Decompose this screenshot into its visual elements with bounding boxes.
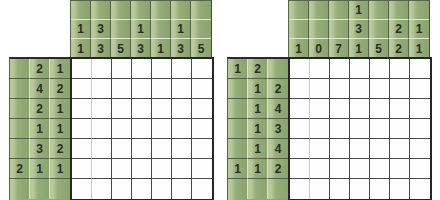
board-cell-r7c4[interactable] — [132, 179, 152, 199]
row-clue-cell — [228, 139, 248, 159]
row-clue-cell: 1 — [228, 159, 248, 179]
column-clue-cell: 1 — [171, 20, 191, 39]
board-cell-r5c7[interactable] — [410, 139, 430, 159]
board-cell-r5c7[interactable] — [192, 139, 212, 159]
column-clue-cell: 1 — [131, 20, 151, 39]
board-cell-r7c7[interactable] — [410, 179, 430, 199]
nonogram-puzzle-left: 131113531352142211132211 — [9, 0, 215, 200]
row-clue-cell — [228, 179, 248, 199]
board-cell-r7c6[interactable] — [172, 179, 192, 199]
row-clue-cell — [268, 59, 288, 79]
board-cell-r7c2[interactable] — [310, 179, 330, 199]
row-clue-cell: 4 — [30, 79, 50, 99]
column-clue-cell: 0 — [309, 39, 329, 58]
row-clue-cell — [50, 179, 70, 199]
board-cell-r7c3[interactable] — [330, 179, 350, 199]
column-clue-cell: 2 — [389, 39, 409, 58]
row-clue-cell — [10, 59, 30, 79]
board-cell-r7c5[interactable] — [370, 179, 390, 199]
board-cell-r7c5[interactable] — [152, 179, 172, 199]
board-cell-r1c1[interactable] — [72, 59, 92, 79]
column-clue-cell — [171, 1, 191, 20]
row-clue-cell — [10, 79, 30, 99]
board-cell-r6c7[interactable] — [192, 159, 212, 179]
row-clue-cell: 1 — [50, 59, 70, 79]
board-cell-r2c3[interactable] — [112, 79, 132, 99]
column-clue-cell — [91, 1, 111, 20]
row-clue-cell: 1 — [50, 119, 70, 139]
row-clue-cell: 2 — [30, 59, 50, 79]
puzzle-board — [70, 57, 214, 200]
board-cell-r2c5[interactable] — [152, 79, 172, 99]
board-cell-r6c2[interactable] — [310, 159, 330, 179]
board-cell-r3c2[interactable] — [310, 99, 330, 119]
row-clue-cell: 1 — [30, 159, 50, 179]
board-cell-r6c5[interactable] — [370, 159, 390, 179]
row-clue-cell — [268, 179, 288, 199]
row-clue-cell: 2 — [30, 99, 50, 119]
row-clue-cell — [10, 119, 30, 139]
column-clue-cell — [289, 1, 309, 20]
board-cell-r4c5[interactable] — [370, 119, 390, 139]
board-cell-r3c3[interactable] — [112, 99, 132, 119]
board-cell-r3c3[interactable] — [330, 99, 350, 119]
column-clue-cell: 1 — [289, 39, 309, 58]
board-cell-r6c2[interactable] — [92, 159, 112, 179]
board-cell-r1c5[interactable] — [370, 59, 390, 79]
column-clue-cell: 1 — [349, 1, 369, 20]
board-cell-r6c7[interactable] — [410, 159, 430, 179]
board-cell-r5c5[interactable] — [370, 139, 390, 159]
column-clue-cell: 3 — [349, 20, 369, 39]
row-clue-cell: 3 — [268, 119, 288, 139]
column-clue-cell — [191, 20, 211, 39]
board-cell-r2c6[interactable] — [172, 79, 192, 99]
board-cell-r6c1[interactable] — [72, 159, 92, 179]
board-cell-r2c2[interactable] — [310, 79, 330, 99]
board-cell-r3c7[interactable] — [410, 99, 430, 119]
column-clue-cell: 2 — [389, 20, 409, 39]
board-cell-r5c3[interactable] — [112, 139, 132, 159]
column-clue-cell — [131, 1, 151, 20]
board-cell-r4c1[interactable] — [72, 119, 92, 139]
board-cell-r3c1[interactable] — [290, 99, 310, 119]
board-cell-r7c1[interactable] — [72, 179, 92, 199]
board-cell-r2c4[interactable] — [350, 79, 370, 99]
column-clue-cell — [151, 20, 171, 39]
column-clue-cell: 3 — [91, 20, 111, 39]
board-cell-r2c1[interactable] — [290, 79, 310, 99]
board-cell-r4c5[interactable] — [152, 119, 172, 139]
board-cell-r5c4[interactable] — [132, 139, 152, 159]
row-clue-cell: 1 — [50, 159, 70, 179]
board-cell-r2c5[interactable] — [370, 79, 390, 99]
column-clues-block: 13111353135 — [70, 0, 212, 58]
board-cell-r3c6[interactable] — [172, 99, 192, 119]
board-cell-r4c2[interactable] — [310, 119, 330, 139]
board-cell-r2c2[interactable] — [92, 79, 112, 99]
column-clue-cell: 3 — [91, 39, 111, 58]
row-clue-cell: 1 — [248, 159, 268, 179]
row-clue-cell: 2 — [50, 79, 70, 99]
board-cell-r5c3[interactable] — [330, 139, 350, 159]
board-cell-r3c2[interactable] — [92, 99, 112, 119]
row-clue-cell: 4 — [268, 99, 288, 119]
board-cell-r1c6[interactable] — [172, 59, 192, 79]
board-cell-r3c5[interactable] — [370, 99, 390, 119]
row-clue-cell: 1 — [248, 79, 268, 99]
board-cell-r3c4[interactable] — [350, 99, 370, 119]
board-cell-r5c6[interactable] — [390, 139, 410, 159]
column-clue-cell — [289, 20, 309, 39]
column-clue-cell: 5 — [191, 39, 211, 58]
board-cell-r1c1[interactable] — [290, 59, 310, 79]
board-cell-r2c4[interactable] — [132, 79, 152, 99]
row-clue-cell — [30, 179, 50, 199]
column-clue-cell — [191, 1, 211, 20]
board-cell-r5c4[interactable] — [350, 139, 370, 159]
board-cell-r6c6[interactable] — [390, 159, 410, 179]
board-cell-r4c2[interactable] — [92, 119, 112, 139]
row-clue-cell: 1 — [30, 119, 50, 139]
board-cell-r4c3[interactable] — [112, 119, 132, 139]
board-cell-r7c3[interactable] — [112, 179, 132, 199]
column-clue-cell — [309, 20, 329, 39]
board-cell-r1c4[interactable] — [132, 59, 152, 79]
board-cell-r3c5[interactable] — [152, 99, 172, 119]
row-clue-cell: 2 — [268, 79, 288, 99]
nonogram-page: 131113531352142211132211 132110715211212… — [0, 0, 440, 200]
row-clue-cell: 4 — [268, 139, 288, 159]
column-clue-cell — [111, 20, 131, 39]
board-cell-r6c4[interactable] — [350, 159, 370, 179]
board-cell-r2c1[interactable] — [72, 79, 92, 99]
board-cell-r5c1[interactable] — [72, 139, 92, 159]
row-clue-cell: 3 — [30, 139, 50, 159]
board-cell-r2c7[interactable] — [410, 79, 430, 99]
column-clue-cell — [369, 1, 389, 20]
board-cell-r5c2[interactable] — [92, 139, 112, 159]
column-clues-block: 13211071521 — [288, 0, 430, 58]
board-cell-r1c7[interactable] — [192, 59, 212, 79]
column-clue-cell — [71, 1, 91, 20]
board-cell-r4c4[interactable] — [350, 119, 370, 139]
board-cell-r3c7[interactable] — [192, 99, 212, 119]
column-clue-cell — [389, 1, 409, 20]
row-clue-cell — [228, 79, 248, 99]
row-clue-cell: 2 — [50, 139, 70, 159]
row-clue-cell — [10, 179, 30, 199]
column-clue-cell: 3 — [131, 39, 151, 58]
board-cell-r1c4[interactable] — [350, 59, 370, 79]
board-cell-r6c5[interactable] — [152, 159, 172, 179]
board-cell-r6c3[interactable] — [112, 159, 132, 179]
row-clue-cell — [228, 99, 248, 119]
board-cell-r3c6[interactable] — [390, 99, 410, 119]
column-clue-cell: 1 — [409, 39, 429, 58]
row-clue-cell — [10, 139, 30, 159]
row-clue-cell: 1 — [248, 119, 268, 139]
board-cell-r4c7[interactable] — [192, 119, 212, 139]
column-clue-cell — [329, 1, 349, 20]
board-cell-r2c3[interactable] — [330, 79, 350, 99]
column-clue-cell: 1 — [409, 20, 429, 39]
row-clues-block: 1212141314112 — [227, 57, 288, 200]
board-cell-r4c7[interactable] — [410, 119, 430, 139]
board-cell-r7c4[interactable] — [350, 179, 370, 199]
board-cell-r6c4[interactable] — [132, 159, 152, 179]
puzzle-board — [288, 57, 432, 200]
column-clue-cell: 1 — [71, 39, 91, 58]
board-cell-r3c1[interactable] — [72, 99, 92, 119]
board-cell-r2c7[interactable] — [192, 79, 212, 99]
row-clue-cell: 2 — [248, 59, 268, 79]
column-clue-cell — [369, 20, 389, 39]
row-clue-cell: 1 — [228, 59, 248, 79]
row-clue-cell: 2 — [268, 159, 288, 179]
row-clue-cell: 1 — [50, 99, 70, 119]
nonogram-puzzle-right: 132110715211212141314112 — [227, 0, 433, 200]
row-clues-block: 2142211132211 — [9, 57, 70, 200]
board-cell-r1c7[interactable] — [410, 59, 430, 79]
board-cell-r5c2[interactable] — [310, 139, 330, 159]
column-clue-cell — [111, 1, 131, 20]
column-clue-cell: 1 — [151, 39, 171, 58]
board-cell-r6c3[interactable] — [330, 159, 350, 179]
board-cell-r1c3[interactable] — [330, 59, 350, 79]
column-clue-cell: 7 — [329, 39, 349, 58]
column-clue-cell: 1 — [349, 39, 369, 58]
board-cell-r6c6[interactable] — [172, 159, 192, 179]
board-cell-r1c2[interactable] — [310, 59, 330, 79]
board-cell-r5c5[interactable] — [152, 139, 172, 159]
column-clue-cell — [151, 1, 171, 20]
board-cell-r4c3[interactable] — [330, 119, 350, 139]
board-cell-r7c2[interactable] — [92, 179, 112, 199]
board-cell-r1c5[interactable] — [152, 59, 172, 79]
board-cell-r7c7[interactable] — [192, 179, 212, 199]
board-cell-r7c6[interactable] — [390, 179, 410, 199]
board-cell-r4c1[interactable] — [290, 119, 310, 139]
row-clue-cell: 2 — [10, 159, 30, 179]
column-clue-cell — [329, 20, 349, 39]
board-cell-r4c6[interactable] — [390, 119, 410, 139]
board-cell-r5c6[interactable] — [172, 139, 192, 159]
column-clue-cell: 5 — [369, 39, 389, 58]
row-clue-cell: 1 — [248, 99, 268, 119]
row-clue-cell — [10, 99, 30, 119]
board-cell-r3c4[interactable] — [132, 99, 152, 119]
column-clue-cell: 3 — [171, 39, 191, 58]
board-cell-r1c6[interactable] — [390, 59, 410, 79]
row-clue-cell — [248, 179, 268, 199]
column-clue-cell — [409, 1, 429, 20]
board-cell-r2c6[interactable] — [390, 79, 410, 99]
row-clue-cell — [228, 119, 248, 139]
column-clue-cell — [309, 1, 329, 20]
column-clue-cell: 5 — [111, 39, 131, 58]
board-cell-r1c3[interactable] — [112, 59, 132, 79]
board-cell-r4c4[interactable] — [132, 119, 152, 139]
board-cell-r4c6[interactable] — [172, 119, 192, 139]
board-cell-r1c2[interactable] — [92, 59, 112, 79]
column-clue-cell: 1 — [71, 20, 91, 39]
row-clue-cell: 1 — [248, 139, 268, 159]
board-cell-r7c1[interactable] — [290, 179, 310, 199]
board-cell-r6c1[interactable] — [290, 159, 310, 179]
board-cell-r5c1[interactable] — [290, 139, 310, 159]
